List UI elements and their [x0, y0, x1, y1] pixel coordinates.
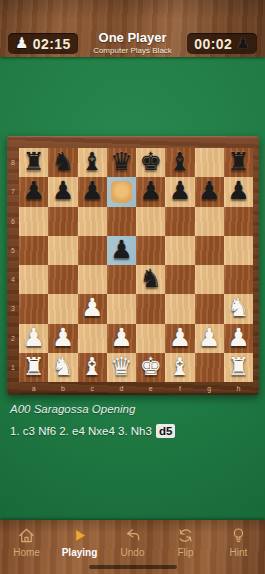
square-c2[interactable] [78, 324, 107, 353]
piece-white-pawn[interactable]: ♟ [198, 325, 220, 350]
file-label-b: b [48, 382, 77, 395]
square-h3[interactable]: ♞ [224, 294, 253, 323]
square-a6[interactable] [19, 207, 48, 236]
piece-black-pawn[interactable]: ♟ [22, 178, 44, 203]
square-c7[interactable]: ♟ [78, 177, 107, 206]
piece-black-bishop[interactable]: ♝ [81, 149, 103, 174]
square-h1[interactable]: ♜ [224, 353, 253, 382]
square-b2[interactable]: ♟ [48, 324, 77, 353]
rank-label-6: 6 [7, 207, 19, 236]
square-c3[interactable]: ♟ [78, 294, 107, 323]
opening-name: A00 Saragossa Opening [10, 403, 135, 415]
piece-black-pawn[interactable]: ♟ [52, 178, 74, 203]
piece-black-rook[interactable]: ♜ [22, 149, 44, 174]
square-h5[interactable] [224, 236, 253, 265]
square-f1[interactable]: ♝ [165, 353, 194, 382]
square-d6[interactable] [107, 207, 136, 236]
piece-white-king[interactable]: ♚ [139, 354, 161, 379]
square-b8[interactable]: ♞ [48, 148, 77, 177]
file-labels: abcdefgh [19, 382, 253, 395]
piece-black-pawn[interactable]: ♟ [81, 178, 103, 203]
tab-label-home: Home [13, 547, 40, 558]
piece-white-queen[interactable]: ♛ [110, 354, 132, 379]
black-clock-time: 00:02 [194, 36, 232, 52]
square-g5[interactable] [195, 236, 224, 265]
piece-black-bishop[interactable]: ♝ [169, 149, 191, 174]
square-e4[interactable]: ♞ [136, 265, 165, 294]
square-c6[interactable] [78, 207, 107, 236]
piece-black-knight[interactable]: ♞ [52, 149, 74, 174]
piece-white-pawn[interactable]: ♟ [169, 325, 191, 350]
square-b5[interactable] [48, 236, 77, 265]
piece-black-pawn[interactable]: ♟ [198, 178, 220, 203]
tab-home[interactable]: Home [0, 520, 53, 574]
square-d1[interactable]: ♛ [107, 353, 136, 382]
square-d7[interactable] [107, 177, 136, 206]
file-label-c: c [78, 382, 107, 395]
piece-white-pawn[interactable]: ♟ [22, 325, 44, 350]
square-d5[interactable]: ♟ [107, 236, 136, 265]
square-f8[interactable]: ♝ [165, 148, 194, 177]
file-label-e: e [136, 382, 165, 395]
piece-black-king[interactable]: ♚ [139, 149, 161, 174]
home-indicator[interactable] [89, 565, 177, 569]
square-e7[interactable]: ♟ [136, 177, 165, 206]
board-squares: ♜♞♝♛♚♝♜♟♟♟♟♟♟♟♟♞♟♞♟♟♟♟♟♟♜♞♝♛♚♝♜ [19, 148, 253, 382]
square-f6[interactable] [165, 207, 194, 236]
square-d4[interactable] [107, 265, 136, 294]
square-h4[interactable] [224, 265, 253, 294]
square-h2[interactable]: ♟ [224, 324, 253, 353]
square-a5[interactable] [19, 236, 48, 265]
moves-prefix: 1. c3 Nf6 2. e4 Nxe4 3. Nh3 [10, 425, 152, 437]
square-b6[interactable] [48, 207, 77, 236]
piece-black-pawn[interactable]: ♟ [169, 178, 191, 203]
square-c5[interactable] [78, 236, 107, 265]
file-label-d: d [107, 382, 136, 395]
square-e3[interactable] [136, 294, 165, 323]
piece-black-rook[interactable]: ♜ [227, 149, 249, 174]
square-a3[interactable] [19, 294, 48, 323]
square-e5[interactable] [136, 236, 165, 265]
piece-white-pawn[interactable]: ♟ [81, 295, 103, 320]
piece-white-bishop[interactable]: ♝ [81, 354, 103, 379]
current-move-chip[interactable]: d5 [156, 424, 175, 438]
black-pawn-icon: ♟ [236, 36, 250, 51]
square-c4[interactable] [78, 265, 107, 294]
undo-arrow-icon [123, 526, 142, 545]
square-a7[interactable]: ♟ [19, 177, 48, 206]
piece-white-pawn[interactable]: ♟ [110, 325, 132, 350]
piece-white-bishop[interactable]: ♝ [169, 354, 191, 379]
square-a8[interactable]: ♜ [19, 148, 48, 177]
piece-white-pawn[interactable]: ♟ [52, 325, 74, 350]
square-g2[interactable]: ♟ [195, 324, 224, 353]
square-d3[interactable] [107, 294, 136, 323]
square-a1[interactable]: ♜ [19, 353, 48, 382]
square-f4[interactable] [165, 265, 194, 294]
piece-white-rook[interactable]: ♜ [227, 354, 249, 379]
square-g7[interactable]: ♟ [195, 177, 224, 206]
square-d2[interactable]: ♟ [107, 324, 136, 353]
square-a2[interactable]: ♟ [19, 324, 48, 353]
square-g6[interactable] [195, 207, 224, 236]
rank-label-1: 1 [7, 353, 19, 382]
rank-label-2: 2 [7, 324, 19, 353]
tab-label-flip: Flip [177, 547, 193, 558]
square-c1[interactable]: ♝ [78, 353, 107, 382]
square-h8[interactable]: ♜ [224, 148, 253, 177]
file-label-g: g [195, 382, 224, 395]
rank-label-4: 4 [7, 265, 19, 294]
rank-label-7: 7 [7, 177, 19, 206]
square-b4[interactable] [48, 265, 77, 294]
chess-board: 87654321 abcdefgh ♜♞♝♛♚♝♜♟♟♟♟♟♟♟♟♞♟♞♟♟♟♟… [7, 136, 259, 395]
rank-label-3: 3 [7, 294, 19, 323]
square-f7[interactable]: ♟ [165, 177, 194, 206]
square-h7[interactable]: ♟ [224, 177, 253, 206]
square-f3[interactable] [165, 294, 194, 323]
square-h6[interactable] [224, 207, 253, 236]
file-label-a: a [19, 382, 48, 395]
piece-white-knight[interactable]: ♞ [52, 354, 74, 379]
move-list: 1. c3 Nf6 2. e4 Nxe4 3. Nh3d5 [10, 425, 175, 437]
piece-black-queen[interactable]: ♛ [110, 149, 132, 174]
piece-white-knight[interactable]: ♞ [227, 295, 249, 320]
tab-label-playing: Playing [62, 547, 98, 558]
black-clock: 00:02 ♟ [187, 33, 257, 54]
file-label-f: f [165, 382, 194, 395]
tab-label-hint: Hint [230, 547, 248, 558]
square-b1[interactable]: ♞ [48, 353, 77, 382]
rank-label-8: 8 [7, 148, 19, 177]
square-c8[interactable]: ♝ [78, 148, 107, 177]
chess-app-screen: ♟ 02:15 One Player Computer Plays Black … [0, 0, 265, 574]
piece-white-pawn[interactable]: ♟ [227, 325, 249, 350]
square-g3[interactable] [195, 294, 224, 323]
square-g1[interactable] [195, 353, 224, 382]
file-label-h: h [224, 382, 253, 395]
tab-hint[interactable]: Hint [212, 520, 265, 574]
square-g4[interactable] [195, 265, 224, 294]
square-b7[interactable]: ♟ [48, 177, 77, 206]
square-b3[interactable] [48, 294, 77, 323]
square-e1[interactable]: ♚ [136, 353, 165, 382]
square-f5[interactable] [165, 236, 194, 265]
square-e2[interactable] [136, 324, 165, 353]
square-d8[interactable]: ♛ [107, 148, 136, 177]
tab-label-undo: Undo [121, 547, 145, 558]
piece-white-rook[interactable]: ♜ [22, 354, 44, 379]
piece-black-knight[interactable]: ♞ [139, 266, 161, 291]
play-icon [70, 526, 89, 545]
rank-labels: 87654321 [7, 148, 19, 382]
piece-black-pawn[interactable]: ♟ [110, 237, 132, 262]
rank-label-5: 5 [7, 236, 19, 265]
square-f2[interactable]: ♟ [165, 324, 194, 353]
top-bar: ♟ 02:15 One Player Computer Plays Black … [0, 0, 265, 57]
square-a4[interactable] [19, 265, 48, 294]
square-g8[interactable] [195, 148, 224, 177]
lightbulb-icon [229, 526, 248, 545]
square-e8[interactable]: ♚ [136, 148, 165, 177]
piece-black-pawn[interactable]: ♟ [227, 178, 249, 203]
home-icon [17, 526, 36, 545]
piece-black-pawn[interactable]: ♟ [139, 178, 161, 203]
square-e6[interactable] [136, 207, 165, 236]
flip-arrows-icon [176, 526, 195, 545]
